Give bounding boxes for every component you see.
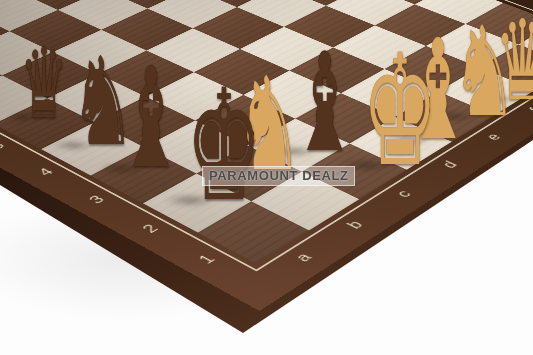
watermark: PARAMOUNT DEALZ: [202, 166, 355, 186]
chess-product-photo: 12345678 abcdefgh ♛♞♝♚♞♝♚♝♞♛ PARAMOUNT D…: [0, 0, 533, 355]
